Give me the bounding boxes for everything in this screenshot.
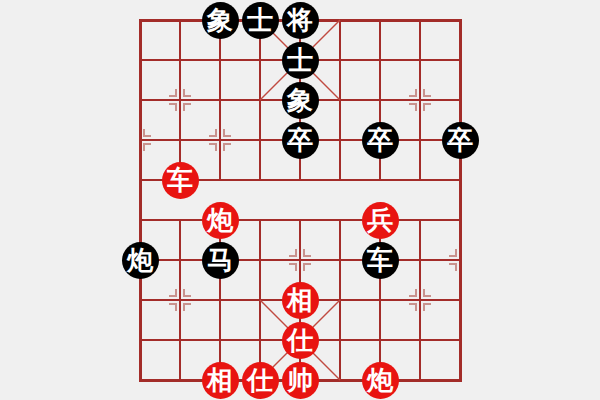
piece-disc: 仕 <box>242 362 279 399</box>
piece-black-advisor[interactable]: 士 <box>240 0 280 40</box>
pieces-layer: 象士将士象卒卒卒车炮兵炮马车相仕相仕帅炮 <box>120 0 480 400</box>
piece-red-advisor[interactable]: 仕 <box>240 360 280 400</box>
piece-red-advisor[interactable]: 仕 <box>280 320 320 360</box>
piece-black-general[interactable]: 将 <box>280 0 320 40</box>
piece-red-cannon[interactable]: 炮 <box>360 360 400 400</box>
piece-red-cannon[interactable]: 炮 <box>200 200 240 240</box>
piece-disc: 将 <box>282 2 319 39</box>
piece-disc: 炮 <box>362 362 399 399</box>
xiangqi-board: 象士将士象卒卒卒车炮兵炮马车相仕相仕帅炮 <box>0 0 600 400</box>
piece-black-chariot[interactable]: 车 <box>360 240 400 280</box>
piece-disc: 车 <box>362 242 399 279</box>
piece-red-elephant[interactable]: 相 <box>200 360 240 400</box>
piece-disc: 帅 <box>282 362 319 399</box>
piece-disc: 士 <box>242 2 279 39</box>
piece-disc: 士 <box>282 42 319 79</box>
piece-disc: 炮 <box>122 242 159 279</box>
piece-disc: 相 <box>202 362 239 399</box>
piece-disc: 象 <box>282 82 319 119</box>
piece-black-advisor[interactable]: 士 <box>280 40 320 80</box>
piece-disc: 卒 <box>442 122 479 159</box>
piece-disc: 相 <box>282 282 319 319</box>
piece-black-elephant[interactable]: 象 <box>280 80 320 120</box>
piece-disc: 车 <box>162 162 199 199</box>
piece-black-horse[interactable]: 马 <box>200 240 240 280</box>
piece-disc: 兵 <box>362 202 399 239</box>
piece-disc: 象 <box>202 2 239 39</box>
piece-red-soldier[interactable]: 兵 <box>360 200 400 240</box>
piece-black-soldier[interactable]: 卒 <box>360 120 400 160</box>
piece-red-elephant[interactable]: 相 <box>280 280 320 320</box>
piece-disc: 卒 <box>362 122 399 159</box>
piece-disc: 马 <box>202 242 239 279</box>
piece-black-cannon[interactable]: 炮 <box>120 240 160 280</box>
piece-black-soldier[interactable]: 卒 <box>440 120 480 160</box>
piece-red-chariot[interactable]: 车 <box>160 160 200 200</box>
piece-black-soldier[interactable]: 卒 <box>280 120 320 160</box>
piece-red-general[interactable]: 帅 <box>280 360 320 400</box>
piece-disc: 卒 <box>282 122 319 159</box>
piece-disc: 炮 <box>202 202 239 239</box>
piece-disc: 仕 <box>282 322 319 359</box>
piece-black-elephant[interactable]: 象 <box>200 0 240 40</box>
